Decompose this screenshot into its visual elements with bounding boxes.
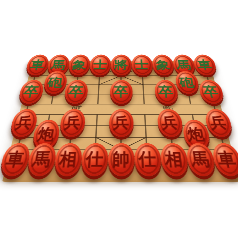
piece-glyph: 相 bbox=[58, 150, 77, 167]
board-point-h10[interactable]: 馬 bbox=[173, 63, 195, 71]
board-point-i1[interactable]: 車 bbox=[213, 156, 238, 169]
board-point-a7[interactable]: 卒 bbox=[18, 89, 43, 99]
piece-glyph: 兵 bbox=[63, 115, 81, 130]
board-point-e4[interactable]: 兵 bbox=[109, 120, 134, 131]
piece-glyph: 車 bbox=[4, 150, 25, 167]
board-point-c4[interactable]: 兵 bbox=[59, 120, 85, 131]
board-point-g3[interactable] bbox=[158, 131, 185, 143]
piece-red-general[interactable]: 帥 bbox=[107, 143, 134, 176]
board-point-g4[interactable]: 兵 bbox=[157, 120, 183, 131]
board-point-c9[interactable] bbox=[67, 71, 90, 80]
piece-glyph: 仕 bbox=[138, 150, 156, 167]
board-point-h6[interactable] bbox=[178, 99, 203, 109]
board-point-a10[interactable]: 車 bbox=[25, 63, 48, 71]
board-point-b1[interactable]: 馬 bbox=[26, 156, 55, 169]
board-point-d5[interactable] bbox=[85, 109, 109, 120]
piece-glyph: 兵 bbox=[161, 115, 179, 130]
board-point-b8[interactable]: 砲 bbox=[43, 80, 67, 89]
board-point-e3[interactable] bbox=[108, 131, 133, 143]
piece-glyph: 炮 bbox=[36, 126, 55, 141]
board-point-i3[interactable] bbox=[208, 131, 236, 143]
piece-glyph: 炮 bbox=[186, 126, 205, 141]
board-point-g10[interactable]: 象 bbox=[152, 63, 174, 71]
piece-glyph: 馬 bbox=[31, 150, 51, 167]
board-point-c6[interactable] bbox=[62, 99, 86, 109]
board-point-b10[interactable]: 馬 bbox=[47, 63, 69, 71]
board-point-h5[interactable] bbox=[180, 109, 206, 120]
piece-glyph: 卒 bbox=[68, 85, 84, 98]
board-point-d4[interactable] bbox=[84, 120, 109, 131]
board-point-d8[interactable] bbox=[88, 80, 111, 89]
piece-glyph: 馬 bbox=[176, 59, 192, 70]
board-point-i6[interactable] bbox=[201, 99, 227, 109]
piece-glyph: 象 bbox=[72, 59, 87, 70]
board-point-d1[interactable]: 仕 bbox=[80, 156, 107, 169]
board-point-f6[interactable] bbox=[132, 99, 156, 109]
piece-glyph: 砲 bbox=[47, 76, 63, 88]
board-point-b3[interactable]: 炮 bbox=[32, 131, 59, 143]
board-point-c10[interactable]: 象 bbox=[68, 63, 90, 71]
board-point-b5[interactable] bbox=[37, 109, 63, 120]
piece-glyph: 將 bbox=[114, 59, 128, 70]
board-point-g9[interactable] bbox=[153, 71, 176, 80]
board-point-f10[interactable]: 士 bbox=[131, 63, 153, 71]
piece-glyph: 兵 bbox=[14, 115, 33, 130]
board-point-a4[interactable]: 兵 bbox=[9, 120, 36, 131]
xiangqi-board: 楚河 漢界 車馬象士將士象馬車砲砲卒卒卒卒卒兵兵兵兵兵炮炮車馬相仕帥仕相馬車 bbox=[2, 61, 238, 182]
board-point-i9[interactable] bbox=[195, 71, 219, 80]
piece-glyph: 車 bbox=[216, 150, 237, 167]
piece-glyph: 馬 bbox=[50, 59, 66, 70]
board-point-c3[interactable] bbox=[57, 131, 84, 143]
board-point-f5[interactable] bbox=[133, 109, 157, 120]
board-point-f9[interactable] bbox=[132, 71, 154, 80]
board-point-h3[interactable]: 炮 bbox=[183, 131, 210, 143]
piece-glyph: 仕 bbox=[85, 150, 103, 167]
board-point-h7[interactable] bbox=[177, 89, 201, 99]
board-point-d10[interactable]: 士 bbox=[89, 63, 111, 71]
board-point-h8[interactable]: 砲 bbox=[175, 80, 199, 89]
piece-glyph: 馬 bbox=[190, 150, 210, 167]
board-point-g6[interactable] bbox=[155, 99, 179, 109]
board-point-e9[interactable] bbox=[110, 71, 132, 80]
piece-glyph: 相 bbox=[164, 150, 183, 167]
board-point-a3[interactable] bbox=[6, 131, 34, 143]
piece-glyph: 士 bbox=[93, 59, 107, 70]
board-point-i7[interactable]: 卒 bbox=[199, 89, 224, 99]
piece-glyph: 卒 bbox=[158, 85, 174, 98]
board-point-g7[interactable]: 卒 bbox=[154, 89, 178, 99]
board-point-f4[interactable] bbox=[133, 120, 158, 131]
piece-glyph: 車 bbox=[196, 59, 212, 70]
piece-glyph: 卒 bbox=[22, 85, 40, 98]
board-point-b6[interactable] bbox=[39, 99, 64, 109]
board-point-a1[interactable]: 車 bbox=[0, 156, 29, 169]
board-point-f3[interactable] bbox=[133, 131, 159, 143]
board-point-d6[interactable] bbox=[86, 99, 110, 109]
board-point-f8[interactable] bbox=[132, 80, 155, 89]
board-point-d3[interactable] bbox=[83, 131, 109, 143]
board-point-d9[interactable] bbox=[88, 71, 110, 80]
piece-glyph: 象 bbox=[155, 59, 170, 70]
board-point-e7[interactable]: 卒 bbox=[110, 89, 133, 99]
scene: 楚河 漢界 車馬象士將士象馬車砲砲卒卒卒卒卒兵兵兵兵兵炮炮車馬相仕帥仕相馬車 bbox=[0, 0, 238, 238]
board-point-f1[interactable]: 仕 bbox=[134, 156, 161, 169]
piece-glyph: 兵 bbox=[209, 115, 228, 130]
piece-glyph: 兵 bbox=[113, 115, 129, 130]
board-point-e10[interactable]: 將 bbox=[110, 63, 131, 71]
piece-glyph: 卒 bbox=[114, 85, 129, 98]
board-point-d7[interactable] bbox=[87, 89, 110, 99]
board-point-b7[interactable] bbox=[41, 89, 65, 99]
pieces-grid: 車馬象士將士象馬車砲砲卒卒卒卒卒兵兵兵兵兵炮炮車馬相仕帥仕相馬車 bbox=[0, 63, 238, 170]
board-point-a9[interactable] bbox=[23, 71, 47, 80]
board-point-e6[interactable] bbox=[109, 99, 132, 109]
board-point-i10[interactable]: 車 bbox=[194, 63, 217, 71]
piece-glyph: 士 bbox=[135, 59, 149, 70]
board-point-g1[interactable]: 相 bbox=[160, 156, 188, 169]
piece-glyph: 車 bbox=[29, 59, 45, 70]
board-point-h1[interactable]: 馬 bbox=[187, 156, 216, 169]
board-point-i4[interactable]: 兵 bbox=[205, 120, 232, 131]
board-point-e1[interactable]: 帥 bbox=[107, 156, 134, 169]
piece-glyph: 砲 bbox=[179, 76, 195, 88]
piece-glyph: 帥 bbox=[112, 150, 130, 167]
board-point-f7[interactable] bbox=[132, 89, 155, 99]
piece-glyph: 卒 bbox=[202, 85, 220, 98]
board-point-a6[interactable] bbox=[15, 99, 41, 109]
board-point-c7[interactable]: 卒 bbox=[64, 89, 88, 99]
board-point-c1[interactable]: 相 bbox=[53, 156, 81, 169]
